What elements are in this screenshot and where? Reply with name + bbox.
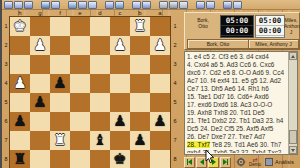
analysis-label: Análisis <box>275 159 294 165</box>
move-list-panel: 1. e4 c5 2. Cf3 e6 3. d4 cxd44. Cxd4 a6 … <box>184 51 298 155</box>
toolbar-icon-13[interactable] <box>159 1 168 9</box>
square-f7[interactable]: ♜ <box>50 131 70 150</box>
black-player-name: Bork, Otto <box>187 17 219 29</box>
toolbar-icon-12[interactable] <box>142 1 151 9</box>
white-king-h1[interactable]: ♚ <box>10 17 30 36</box>
square-e3[interactable] <box>70 55 90 74</box>
rank-labels-right-8: 8 <box>171 150 179 168</box>
square-d7[interactable]: ♝ <box>90 131 110 150</box>
white-clock: 05:00 00:00 <box>255 15 285 38</box>
white-rook-b1[interactable]: ♜ <box>130 17 150 36</box>
square-c4[interactable] <box>110 74 130 93</box>
file-label-f: f <box>50 10 70 17</box>
move-line-2[interactable]: 4. Cxd4 a6 5. Ad3 Cc6 6. Cxc6 <box>187 61 290 69</box>
white-clock-main: 05:00 <box>256 16 284 26</box>
move-line-11[interactable]: 26. De7 Dxe7 27. Txe7 Ad7 <box>187 133 290 141</box>
chess-board: ♚♜♟♟♟♟♟♟♟♟♟♜♝♟♜♚ <box>10 17 170 168</box>
toolbar-icon-19[interactable] <box>233 1 242 9</box>
file-label-g: g <box>30 10 50 17</box>
chess-app-window: hgfedcba 12345678 12345678 ♚♜♟♟♟♟♟♟♟♟♟♜♝… <box>0 0 300 168</box>
move-line-4[interactable]: Ac7 10. f4 exf4 11. e5 g5 12. Ad2 <box>187 77 290 85</box>
move-line-3[interactable]: dxc6 7. Cd2 e5 8. O-O Ad6 9. Cc4 <box>187 69 290 77</box>
rank-labels-right-2: 2 <box>171 36 179 55</box>
square-e1[interactable] <box>70 17 90 36</box>
black-pawn-b7[interactable]: ♟ <box>130 131 150 150</box>
square-b3[interactable] <box>130 55 150 74</box>
square-d8[interactable] <box>90 150 110 168</box>
black-pawn-g5[interactable]: ♟ <box>30 93 50 112</box>
rank-labels-right-3: 3 <box>171 55 179 74</box>
last-move-button[interactable] <box>220 157 231 168</box>
black-king-c8[interactable]: ♚ <box>110 150 130 168</box>
move-line-5[interactable]: Ce7 13. Dh5 Ae6 14. Rh1 h6 <box>187 85 290 93</box>
mouse-cursor <box>205 150 214 168</box>
first-move-button[interactable] <box>184 157 195 168</box>
square-d2[interactable] <box>90 36 110 55</box>
rank-labels-right-7: 7 <box>171 131 179 150</box>
square-e5[interactable] <box>70 93 90 112</box>
scroll-thumb[interactable] <box>289 130 297 144</box>
toolbar-icon-8[interactable] <box>88 1 97 9</box>
toolbar-icon-6[interactable] <box>68 1 77 9</box>
square-c1[interactable] <box>110 17 130 36</box>
square-d4[interactable] <box>90 74 110 93</box>
move-line-10[interactable]: Dc5 24. De2 Cf5 25. Axf5 Axf5 <box>187 125 290 133</box>
square-g6[interactable] <box>30 112 50 131</box>
file-label-e: e <box>70 10 90 17</box>
white-player-footer: Miles, Anthony J <box>248 39 299 49</box>
clock-panel: Bork, Otto 05:00 00:00 05:00 00:00 Miles… <box>184 12 300 50</box>
scroll-down-button[interactable] <box>289 146 297 154</box>
rank-labels-right-5: 5 <box>171 93 179 112</box>
square-h1[interactable]: ♚ <box>10 17 30 36</box>
toolbar-icon-10[interactable] <box>115 1 124 9</box>
square-c3[interactable] <box>110 55 130 74</box>
square-f5[interactable] <box>50 93 70 112</box>
file-label-c: c <box>110 10 130 17</box>
square-f6[interactable] <box>50 112 70 131</box>
black-pawn-f4[interactable]: ♟ <box>50 74 70 93</box>
square-a6[interactable]: ♟ <box>150 112 170 131</box>
toolbar-icon-1[interactable] <box>4 1 13 9</box>
white-pawn-h4[interactable]: ♟ <box>10 74 30 93</box>
square-h6[interactable]: ♟ <box>10 112 30 131</box>
square-e4[interactable] <box>70 74 90 93</box>
square-c8[interactable]: ♚ <box>110 150 130 168</box>
move-list-scrollbar[interactable] <box>288 52 297 154</box>
rank-labels-left-8: 8 <box>2 150 10 168</box>
square-d5[interactable] <box>90 93 110 112</box>
square-a3[interactable] <box>150 55 170 74</box>
square-b1[interactable]: ♜ <box>130 17 150 36</box>
square-a5[interactable] <box>150 93 170 112</box>
square-h3[interactable] <box>10 55 30 74</box>
settings-button[interactable] <box>236 153 246 168</box>
square-g4[interactable] <box>30 74 50 93</box>
white-pawn-g2[interactable]: ♟ <box>30 36 50 55</box>
toolbar-icon-7[interactable] <box>78 1 87 9</box>
white-pawn-a2[interactable]: ♟ <box>150 36 170 55</box>
rank-labels-left-7: 7 <box>2 131 10 150</box>
rank-labels-left-5: 5 <box>2 93 10 112</box>
white-player-name: Miles, Anthony J <box>284 17 298 35</box>
square-d3[interactable] <box>90 55 110 74</box>
square-b5[interactable] <box>130 93 150 112</box>
square-c7[interactable] <box>110 131 130 150</box>
toolbar-icon-18[interactable] <box>223 1 232 9</box>
square-a4[interactable] <box>150 74 170 93</box>
square-b2[interactable] <box>130 36 150 55</box>
rank-labels-right-4: 4 <box>171 74 179 93</box>
rank-labels-right-1: 1 <box>171 17 179 36</box>
move-line-6[interactable]: 15. Tae1 Dd7 16. Cd6+ Axd6 <box>187 93 290 101</box>
square-f4[interactable]: ♟ <box>50 74 70 93</box>
black-bishop-d7[interactable]: ♝ <box>90 131 110 150</box>
black-clock-secondary: 00:00 <box>221 26 253 36</box>
scroll-up-icon <box>291 55 295 58</box>
demo-button[interactable]: ⇄ Demo <box>249 157 261 168</box>
square-c6[interactable]: ♟ <box>110 112 130 131</box>
square-g3[interactable] <box>30 55 50 74</box>
move-line-7[interactable]: 17. exd6 Dxd6 18. Ac3 O-O-O <box>187 101 290 109</box>
square-e8[interactable] <box>70 150 90 168</box>
toolbar-icon-5[interactable] <box>51 1 60 9</box>
toolbar-icon-15[interactable] <box>179 1 188 9</box>
square-f8[interactable] <box>50 150 70 168</box>
square-f3[interactable] <box>50 55 70 74</box>
square-h4[interactable]: ♟ <box>10 74 30 93</box>
black-clock-main: 05:00 <box>221 16 253 26</box>
move-list[interactable]: 1. e4 c5 2. Cf3 e6 3. d4 cxd44. Cxd4 a6 … <box>187 53 290 153</box>
square-g7[interactable] <box>30 131 50 150</box>
toolbar-icon-14[interactable] <box>169 1 178 9</box>
square-b7[interactable]: ♟ <box>130 131 150 150</box>
analysis-icon <box>265 158 273 166</box>
square-g2[interactable]: ♟ <box>30 36 50 55</box>
current-move-highlight[interactable]: 28. Txf7 <box>187 141 210 148</box>
square-g8[interactable] <box>30 150 50 168</box>
square-h7[interactable] <box>10 131 30 150</box>
square-a1[interactable] <box>150 17 170 36</box>
black-pawn-a6[interactable]: ♟ <box>150 112 170 131</box>
square-e7[interactable] <box>70 131 90 150</box>
gear-icon <box>236 157 246 167</box>
white-clock-secondary: 00:00 <box>256 26 284 36</box>
rank-labels-left-4: 4 <box>2 74 10 93</box>
toolbar-icon-2[interactable] <box>14 1 23 9</box>
black-clock: 05:00 00:00 <box>220 15 254 38</box>
move-line-1[interactable]: 1. e4 c5 2. Cf3 e6 3. d4 cxd4 <box>187 53 290 61</box>
square-a2[interactable]: ♟ <box>150 36 170 55</box>
replay-controls: ⇄ Demo Análisis <box>184 156 298 168</box>
black-pawn-h6[interactable]: ♟ <box>10 112 30 131</box>
toolbar-icon-17[interactable] <box>206 1 215 9</box>
rank-labels-left-6: 6 <box>2 112 10 131</box>
square-g5[interactable]: ♟ <box>30 93 50 112</box>
square-f1[interactable] <box>50 17 70 36</box>
black-player-footer: Bork, Otto <box>187 39 249 49</box>
file-label-h: h <box>10 10 30 17</box>
toolbar-icon-16[interactable] <box>196 1 205 9</box>
square-e2[interactable] <box>70 36 90 55</box>
square-a7[interactable] <box>150 131 170 150</box>
square-e6[interactable] <box>70 112 90 131</box>
square-h5[interactable] <box>10 93 30 112</box>
file-label-a: a <box>150 10 170 17</box>
previous-move-icon <box>200 159 204 165</box>
rank-labels-right-6: 6 <box>171 112 179 131</box>
move-line-9[interactable]: 21. Tfe1 Dxb2 22. Tb1 Da3 23. h4 <box>187 117 290 125</box>
rank-labels-left-1: 1 <box>2 17 10 36</box>
toolbar-icon-3[interactable] <box>24 1 33 9</box>
first-move-icon <box>188 159 192 165</box>
demo-label: Demo <box>249 163 261 168</box>
square-b8[interactable] <box>130 150 150 168</box>
black-pawn-c6[interactable]: ♟ <box>110 112 130 131</box>
square-d6[interactable] <box>90 112 110 131</box>
square-b6[interactable] <box>130 112 150 131</box>
square-d1[interactable] <box>90 17 110 36</box>
move-line-8[interactable]: 19. Axh8 Txh8 20. Td1 De5 <box>187 109 290 117</box>
move-line-current[interactable]: 28. Txf7 Te8 29. Td1 Ae6 30. Th7 <box>187 141 290 149</box>
black-rook-h8[interactable]: ♜ <box>10 150 30 168</box>
file-label-b: b <box>130 10 150 17</box>
square-h2[interactable] <box>10 36 30 55</box>
square-f2[interactable] <box>50 36 70 55</box>
rank-labels-left-2: 2 <box>2 36 10 55</box>
square-g1[interactable] <box>30 17 50 36</box>
square-c2[interactable]: ♟ <box>110 36 130 55</box>
toolbar-icon-4[interactable] <box>41 1 50 9</box>
analysis-button[interactable]: Análisis <box>265 158 294 166</box>
scroll-up-button[interactable] <box>289 52 297 60</box>
square-h8[interactable]: ♜ <box>10 150 30 168</box>
square-a8[interactable] <box>150 150 170 168</box>
rank-labels-left-3: 3 <box>2 55 10 74</box>
toolbar-icon-9[interactable] <box>105 1 114 9</box>
white-pawn-c2[interactable]: ♟ <box>110 36 130 55</box>
square-c5[interactable] <box>110 93 130 112</box>
file-label-d: d <box>90 10 110 17</box>
scroll-down-icon <box>291 149 295 152</box>
square-b4[interactable] <box>130 74 150 93</box>
toolbar-icon-11[interactable] <box>132 1 141 9</box>
white-rook-f7[interactable]: ♜ <box>50 131 70 150</box>
toolbar <box>2 0 300 10</box>
